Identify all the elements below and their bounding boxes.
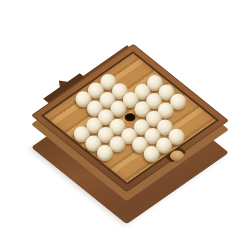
peg[interactable] bbox=[144, 146, 160, 162]
product-photo bbox=[0, 0, 250, 250]
peg[interactable] bbox=[97, 145, 113, 161]
